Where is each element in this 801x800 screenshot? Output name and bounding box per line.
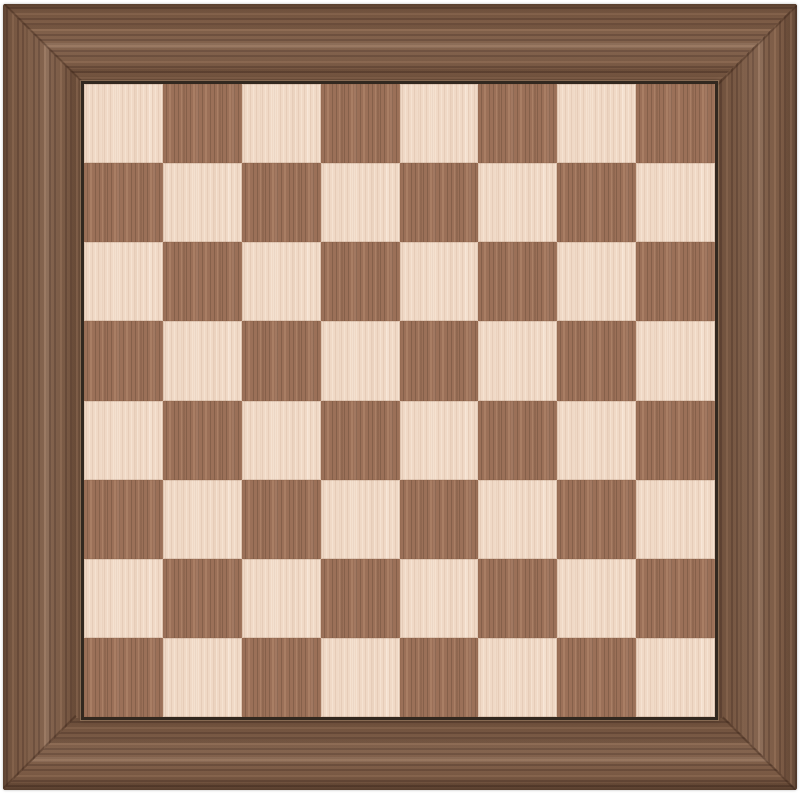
square-g6[interactable] bbox=[557, 242, 636, 321]
square-h6[interactable] bbox=[636, 242, 715, 321]
square-c5[interactable] bbox=[242, 321, 321, 400]
square-g5[interactable] bbox=[557, 321, 636, 400]
board-frame-bottom bbox=[3, 718, 797, 790]
square-d2[interactable] bbox=[321, 559, 400, 638]
square-e3[interactable] bbox=[400, 480, 479, 559]
square-b7[interactable] bbox=[163, 163, 242, 242]
square-b6[interactable] bbox=[163, 242, 242, 321]
square-e4[interactable] bbox=[400, 401, 479, 480]
square-f5[interactable] bbox=[478, 321, 557, 400]
square-c7[interactable] bbox=[242, 163, 321, 242]
chessboard bbox=[3, 4, 797, 790]
square-c1[interactable] bbox=[242, 638, 321, 717]
square-c2[interactable] bbox=[242, 559, 321, 638]
square-e1[interactable] bbox=[400, 638, 479, 717]
square-c6[interactable] bbox=[242, 242, 321, 321]
square-d4[interactable] bbox=[321, 401, 400, 480]
board-frame-top bbox=[3, 4, 797, 83]
square-d3[interactable] bbox=[321, 480, 400, 559]
square-h7[interactable] bbox=[636, 163, 715, 242]
square-g2[interactable] bbox=[557, 559, 636, 638]
square-b1[interactable] bbox=[163, 638, 242, 717]
square-e7[interactable] bbox=[400, 163, 479, 242]
square-a5[interactable] bbox=[84, 321, 163, 400]
square-d5[interactable] bbox=[321, 321, 400, 400]
square-a1[interactable] bbox=[84, 638, 163, 717]
square-h5[interactable] bbox=[636, 321, 715, 400]
square-a6[interactable] bbox=[84, 242, 163, 321]
page-background: { "game": { "name": "chess", "position":… bbox=[0, 0, 801, 800]
square-h3[interactable] bbox=[636, 480, 715, 559]
square-a8[interactable] bbox=[84, 84, 163, 163]
square-h8[interactable] bbox=[636, 84, 715, 163]
square-h4[interactable] bbox=[636, 401, 715, 480]
square-f7[interactable] bbox=[478, 163, 557, 242]
square-f8[interactable] bbox=[478, 84, 557, 163]
board-grid bbox=[84, 84, 715, 717]
square-b3[interactable] bbox=[163, 480, 242, 559]
square-a7[interactable] bbox=[84, 163, 163, 242]
square-e6[interactable] bbox=[400, 242, 479, 321]
square-b8[interactable] bbox=[163, 84, 242, 163]
square-f2[interactable] bbox=[478, 559, 557, 638]
square-g4[interactable] bbox=[557, 401, 636, 480]
square-g3[interactable] bbox=[557, 480, 636, 559]
square-h1[interactable] bbox=[636, 638, 715, 717]
square-h2[interactable] bbox=[636, 559, 715, 638]
playing-area bbox=[81, 81, 718, 720]
square-a4[interactable] bbox=[84, 401, 163, 480]
square-c3[interactable] bbox=[242, 480, 321, 559]
square-d8[interactable] bbox=[321, 84, 400, 163]
square-f4[interactable] bbox=[478, 401, 557, 480]
square-d6[interactable] bbox=[321, 242, 400, 321]
square-a3[interactable] bbox=[84, 480, 163, 559]
square-c4[interactable] bbox=[242, 401, 321, 480]
square-b4[interactable] bbox=[163, 401, 242, 480]
square-a2[interactable] bbox=[84, 559, 163, 638]
board-frame-left bbox=[3, 4, 83, 790]
square-e8[interactable] bbox=[400, 84, 479, 163]
square-d1[interactable] bbox=[321, 638, 400, 717]
square-d7[interactable] bbox=[321, 163, 400, 242]
square-b2[interactable] bbox=[163, 559, 242, 638]
square-g8[interactable] bbox=[557, 84, 636, 163]
square-e2[interactable] bbox=[400, 559, 479, 638]
board-frame-right bbox=[717, 4, 797, 790]
square-e5[interactable] bbox=[400, 321, 479, 400]
square-g7[interactable] bbox=[557, 163, 636, 242]
square-f6[interactable] bbox=[478, 242, 557, 321]
square-c8[interactable] bbox=[242, 84, 321, 163]
square-b5[interactable] bbox=[163, 321, 242, 400]
square-f3[interactable] bbox=[478, 480, 557, 559]
square-g1[interactable] bbox=[557, 638, 636, 717]
square-f1[interactable] bbox=[478, 638, 557, 717]
